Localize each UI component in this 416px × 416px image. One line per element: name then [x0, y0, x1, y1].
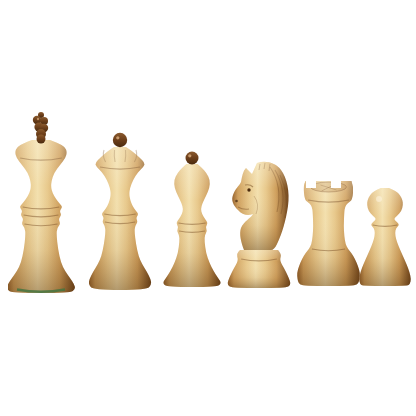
bishop-piece: [162, 151, 222, 287]
queen-piece: [89, 132, 153, 290]
queen-finial-ball: [113, 133, 127, 147]
knight-piece: [226, 158, 292, 288]
pawn-piece: [359, 186, 411, 286]
chess-set-photo: [0, 0, 416, 416]
rook-piece: [296, 178, 360, 286]
bishop-finial-ball: [186, 152, 199, 165]
king-piece: [8, 111, 80, 293]
king-finial-knob: [33, 112, 48, 144]
